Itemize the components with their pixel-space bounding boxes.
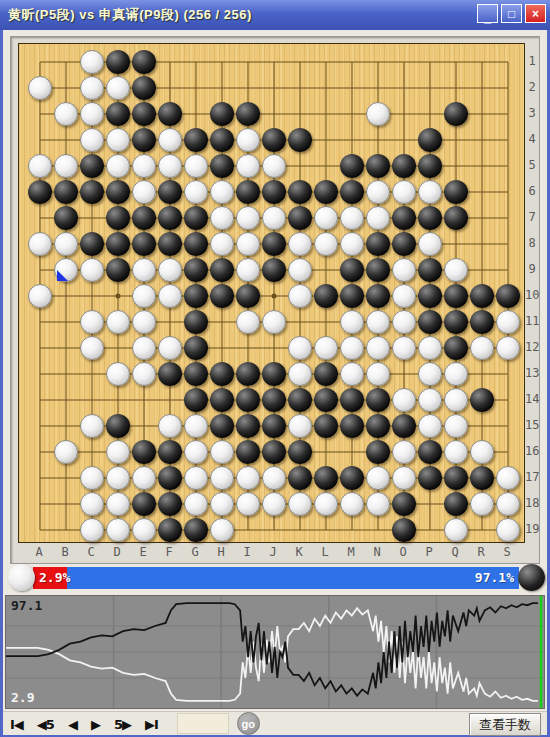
stone-C2 bbox=[80, 76, 104, 100]
stone-B8 bbox=[54, 232, 78, 256]
stone-J13 bbox=[262, 362, 286, 386]
nav-buttons: Ⅰ◀◀5◀▶5▶▶Ⅰ bbox=[3, 715, 165, 733]
stone-M5 bbox=[340, 154, 364, 178]
stone-N18 bbox=[366, 492, 390, 516]
col-label-K: K bbox=[291, 545, 307, 559]
close-button[interactable]: × bbox=[525, 4, 546, 23]
stone-I5 bbox=[236, 154, 260, 178]
stone-H6 bbox=[210, 180, 234, 204]
stone-N9 bbox=[366, 258, 390, 282]
stone-F19 bbox=[158, 518, 182, 542]
stone-C19 bbox=[80, 518, 104, 542]
stone-O17 bbox=[392, 466, 416, 490]
stone-N6 bbox=[366, 180, 390, 204]
col-label-O: O bbox=[395, 545, 411, 559]
row-label-10: 10 bbox=[525, 288, 539, 302]
stone-D6 bbox=[106, 180, 130, 204]
row-label-6: 6 bbox=[525, 184, 539, 198]
stone-H14 bbox=[210, 388, 234, 412]
stone-O8 bbox=[392, 232, 416, 256]
stone-C18 bbox=[80, 492, 104, 516]
stone-P15 bbox=[418, 414, 442, 438]
stone-E5 bbox=[132, 154, 156, 178]
stone-O16 bbox=[392, 440, 416, 464]
row-label-4: 4 bbox=[525, 132, 539, 146]
stone-K12 bbox=[288, 336, 312, 360]
stone-K13 bbox=[288, 362, 312, 386]
stone-G19 bbox=[184, 518, 208, 542]
nav-button-3[interactable]: ▶ bbox=[91, 717, 100, 732]
stone-S19 bbox=[496, 518, 520, 542]
row-label-1: 1 bbox=[525, 54, 539, 68]
stone-J17 bbox=[262, 466, 286, 490]
stone-N8 bbox=[366, 232, 390, 256]
stone-P14 bbox=[418, 388, 442, 412]
stone-E1 bbox=[132, 50, 156, 74]
stone-J8 bbox=[262, 232, 286, 256]
stone-J9 bbox=[262, 258, 286, 282]
graph-max-label: 97.1 bbox=[11, 598, 42, 613]
stone-P9 bbox=[418, 258, 442, 282]
stone-H9 bbox=[210, 258, 234, 282]
stone-G9 bbox=[184, 258, 208, 282]
stone-B16 bbox=[54, 440, 78, 464]
stone-A8 bbox=[28, 232, 52, 256]
stone-J18 bbox=[262, 492, 286, 516]
stone-N10 bbox=[366, 284, 390, 308]
view-moves-button[interactable]: 查看手数 bbox=[469, 713, 541, 736]
col-label-J: J bbox=[265, 545, 281, 559]
stone-O5 bbox=[392, 154, 416, 178]
stone-O15 bbox=[392, 414, 416, 438]
stone-N16 bbox=[366, 440, 390, 464]
col-label-G: G bbox=[187, 545, 203, 559]
stone-M8 bbox=[340, 232, 364, 256]
move-number-input[interactable] bbox=[177, 713, 229, 734]
stone-Q7 bbox=[444, 206, 468, 230]
row-label-17: 17 bbox=[525, 470, 539, 484]
stone-P12 bbox=[418, 336, 442, 360]
stone-C5 bbox=[80, 154, 104, 178]
stone-C15 bbox=[80, 414, 104, 438]
stone-Q11 bbox=[444, 310, 468, 334]
col-label-N: N bbox=[369, 545, 385, 559]
stone-C8 bbox=[80, 232, 104, 256]
stone-M7 bbox=[340, 206, 364, 230]
col-label-R: R bbox=[473, 545, 489, 559]
stone-Q6 bbox=[444, 180, 468, 204]
col-label-B: B bbox=[57, 545, 73, 559]
stone-S18 bbox=[496, 492, 520, 516]
stone-A5 bbox=[28, 154, 52, 178]
stone-O10 bbox=[392, 284, 416, 308]
stone-Q10 bbox=[444, 284, 468, 308]
stone-Q14 bbox=[444, 388, 468, 412]
col-label-D: D bbox=[109, 545, 125, 559]
white-winrate-value: 2.9% bbox=[39, 570, 70, 585]
stone-M17 bbox=[340, 466, 364, 490]
stone-K16 bbox=[288, 440, 312, 464]
stone-C9 bbox=[80, 258, 104, 282]
col-label-A: A bbox=[31, 545, 47, 559]
stone-F3 bbox=[158, 102, 182, 126]
last-move-marker bbox=[57, 270, 68, 281]
nav-button-2[interactable]: ◀ bbox=[68, 717, 77, 732]
stone-H15 bbox=[210, 414, 234, 438]
stone-L7 bbox=[314, 206, 338, 230]
stone-G5 bbox=[184, 154, 208, 178]
stone-E2 bbox=[132, 76, 156, 100]
stone-G16 bbox=[184, 440, 208, 464]
stone-E11 bbox=[132, 310, 156, 334]
stone-P17 bbox=[418, 466, 442, 490]
stone-M12 bbox=[340, 336, 364, 360]
go-board-panel: ABCDEFGHIJKLMNOPQRS123456789101112131415… bbox=[10, 36, 540, 564]
row-label-2: 2 bbox=[525, 80, 539, 94]
stone-R17 bbox=[470, 466, 494, 490]
stone-P5 bbox=[418, 154, 442, 178]
stone-B5 bbox=[54, 154, 78, 178]
stone-J4 bbox=[262, 128, 286, 152]
stone-M6 bbox=[340, 180, 364, 204]
stone-D19 bbox=[106, 518, 130, 542]
stone-F13 bbox=[158, 362, 182, 386]
stone-P13 bbox=[418, 362, 442, 386]
stone-N15 bbox=[366, 414, 390, 438]
col-label-P: P bbox=[421, 545, 437, 559]
stone-G8 bbox=[184, 232, 208, 256]
stone-H13 bbox=[210, 362, 234, 386]
stone-O7 bbox=[392, 206, 416, 230]
stone-D5 bbox=[106, 154, 130, 178]
stone-Q3 bbox=[444, 102, 468, 126]
stone-K17 bbox=[288, 466, 312, 490]
app-window: 黄昕(P5段) vs 申真谞(P9段) (256 / 256) _ □ × AB… bbox=[0, 0, 550, 737]
stone-J16 bbox=[262, 440, 286, 464]
stone-G4 bbox=[184, 128, 208, 152]
stone-L18 bbox=[314, 492, 338, 516]
stone-A10 bbox=[28, 284, 52, 308]
stone-G6 bbox=[184, 180, 208, 204]
stone-K7 bbox=[288, 206, 312, 230]
nav-button-5[interactable]: ▶Ⅰ bbox=[145, 717, 158, 732]
stone-G13 bbox=[184, 362, 208, 386]
stone-B7 bbox=[54, 206, 78, 230]
stone-D8 bbox=[106, 232, 130, 256]
stone-P4 bbox=[418, 128, 442, 152]
stone-L6 bbox=[314, 180, 338, 204]
stone-E10 bbox=[132, 284, 156, 308]
stone-S17 bbox=[496, 466, 520, 490]
stone-O11 bbox=[392, 310, 416, 334]
stone-C12 bbox=[80, 336, 104, 360]
stone-D2 bbox=[106, 76, 130, 100]
stone-F9 bbox=[158, 258, 182, 282]
stone-I8 bbox=[236, 232, 260, 256]
stone-E4 bbox=[132, 128, 156, 152]
stone-J15 bbox=[262, 414, 286, 438]
stone-A6 bbox=[28, 180, 52, 204]
stone-C17 bbox=[80, 466, 104, 490]
nav-button-1[interactable]: ◀5 bbox=[37, 717, 54, 732]
stone-E12 bbox=[132, 336, 156, 360]
stone-R16 bbox=[470, 440, 494, 464]
stone-H16 bbox=[210, 440, 234, 464]
stone-L17 bbox=[314, 466, 338, 490]
stone-P11 bbox=[418, 310, 442, 334]
stone-M11 bbox=[340, 310, 364, 334]
stone-F7 bbox=[158, 206, 182, 230]
stone-S11 bbox=[496, 310, 520, 334]
row-label-18: 18 bbox=[525, 496, 539, 510]
title-bar[interactable]: 黄昕(P5段) vs 申真谞(P9段) (256 / 256) _ □ × bbox=[0, 0, 550, 30]
stone-E7 bbox=[132, 206, 156, 230]
stone-I18 bbox=[236, 492, 260, 516]
stone-K6 bbox=[288, 180, 312, 204]
stone-K15 bbox=[288, 414, 312, 438]
go-board[interactable] bbox=[18, 43, 525, 543]
stone-M9 bbox=[340, 258, 364, 282]
row-label-13: 13 bbox=[525, 366, 539, 380]
stone-E3 bbox=[132, 102, 156, 126]
stone-E16 bbox=[132, 440, 156, 464]
stone-B9 bbox=[54, 258, 78, 282]
stone-F18 bbox=[158, 492, 182, 516]
stone-Q17 bbox=[444, 466, 468, 490]
stone-P10 bbox=[418, 284, 442, 308]
row-label-5: 5 bbox=[525, 158, 539, 172]
stone-F5 bbox=[158, 154, 182, 178]
stone-I14 bbox=[236, 388, 260, 412]
stone-I4 bbox=[236, 128, 260, 152]
stone-K18 bbox=[288, 492, 312, 516]
stone-R11 bbox=[470, 310, 494, 334]
winrate-graph[interactable]: 97.1 2.9 bbox=[5, 595, 545, 709]
stone-R18 bbox=[470, 492, 494, 516]
stone-N12 bbox=[366, 336, 390, 360]
stone-I13 bbox=[236, 362, 260, 386]
stone-J14 bbox=[262, 388, 286, 412]
stone-L12 bbox=[314, 336, 338, 360]
stone-I16 bbox=[236, 440, 260, 464]
stone-E19 bbox=[132, 518, 156, 542]
stone-H10 bbox=[210, 284, 234, 308]
stone-D13 bbox=[106, 362, 130, 386]
stone-S12 bbox=[496, 336, 520, 360]
black-winrate-value: 97.1% bbox=[444, 570, 514, 585]
stone-C6 bbox=[80, 180, 104, 204]
stone-L8 bbox=[314, 232, 338, 256]
stone-P16 bbox=[418, 440, 442, 464]
stone-K4 bbox=[288, 128, 312, 152]
stone-I7 bbox=[236, 206, 260, 230]
stone-D4 bbox=[106, 128, 130, 152]
stone-N7 bbox=[366, 206, 390, 230]
stone-O12 bbox=[392, 336, 416, 360]
stone-C4 bbox=[80, 128, 104, 152]
stone-D3 bbox=[106, 102, 130, 126]
stone-C3 bbox=[80, 102, 104, 126]
stone-I15 bbox=[236, 414, 260, 438]
stone-K9 bbox=[288, 258, 312, 282]
stone-E13 bbox=[132, 362, 156, 386]
stone-H4 bbox=[210, 128, 234, 152]
col-label-Q: Q bbox=[447, 545, 463, 559]
stone-H7 bbox=[210, 206, 234, 230]
stone-G12 bbox=[184, 336, 208, 360]
stone-L15 bbox=[314, 414, 338, 438]
stone-E8 bbox=[132, 232, 156, 256]
stone-Q13 bbox=[444, 362, 468, 386]
stone-D17 bbox=[106, 466, 130, 490]
stone-G15 bbox=[184, 414, 208, 438]
stone-E18 bbox=[132, 492, 156, 516]
stone-F16 bbox=[158, 440, 182, 464]
stone-O18 bbox=[392, 492, 416, 516]
col-label-I: I bbox=[239, 545, 255, 559]
stone-E9 bbox=[132, 258, 156, 282]
stone-D11 bbox=[106, 310, 130, 334]
stone-N5 bbox=[366, 154, 390, 178]
stone-J6 bbox=[262, 180, 286, 204]
stone-R12 bbox=[470, 336, 494, 360]
window-title: 黄昕(P5段) vs 申真谞(P9段) (256 / 256) bbox=[0, 6, 252, 24]
winrate-bar: 2.9% 97.1% bbox=[6, 563, 544, 593]
stone-H19 bbox=[210, 518, 234, 542]
stone-G10 bbox=[184, 284, 208, 308]
stone-E17 bbox=[132, 466, 156, 490]
stone-F15 bbox=[158, 414, 182, 438]
stone-N14 bbox=[366, 388, 390, 412]
stone-G11 bbox=[184, 310, 208, 334]
stone-G18 bbox=[184, 492, 208, 516]
stone-I6 bbox=[236, 180, 260, 204]
stone-S10 bbox=[496, 284, 520, 308]
nav-button-4[interactable]: 5▶ bbox=[114, 717, 131, 732]
stone-D1 bbox=[106, 50, 130, 74]
row-label-14: 14 bbox=[525, 392, 539, 406]
stone-Q9 bbox=[444, 258, 468, 282]
stone-I11 bbox=[236, 310, 260, 334]
stone-O14 bbox=[392, 388, 416, 412]
row-label-9: 9 bbox=[525, 262, 539, 276]
stone-Q18 bbox=[444, 492, 468, 516]
nav-button-0[interactable]: Ⅰ◀ bbox=[10, 717, 23, 732]
stone-M14 bbox=[340, 388, 364, 412]
stone-Q12 bbox=[444, 336, 468, 360]
stone-C1 bbox=[80, 50, 104, 74]
stone-C11 bbox=[80, 310, 104, 334]
row-label-11: 11 bbox=[525, 314, 539, 328]
row-label-19: 19 bbox=[525, 522, 539, 536]
stone-O19 bbox=[392, 518, 416, 542]
stone-N3 bbox=[366, 102, 390, 126]
stone-E6 bbox=[132, 180, 156, 204]
stone-F8 bbox=[158, 232, 182, 256]
stone-H3 bbox=[210, 102, 234, 126]
stone-H5 bbox=[210, 154, 234, 178]
stone-D15 bbox=[106, 414, 130, 438]
col-label-L: L bbox=[317, 545, 333, 559]
row-label-7: 7 bbox=[525, 210, 539, 224]
white-stone-icon bbox=[8, 564, 35, 591]
col-label-C: C bbox=[83, 545, 99, 559]
stone-D9 bbox=[106, 258, 130, 282]
black-stone-icon bbox=[518, 564, 545, 591]
col-label-H: H bbox=[213, 545, 229, 559]
graph-min-label: 2.9 bbox=[11, 690, 34, 705]
stone-R10 bbox=[470, 284, 494, 308]
stone-B3 bbox=[54, 102, 78, 126]
stone-H17 bbox=[210, 466, 234, 490]
stone-J5 bbox=[262, 154, 286, 178]
col-label-F: F bbox=[161, 545, 177, 559]
stone-I10 bbox=[236, 284, 260, 308]
stone-K8 bbox=[288, 232, 312, 256]
stone-B6 bbox=[54, 180, 78, 204]
stone-L14 bbox=[314, 388, 338, 412]
stone-L10 bbox=[314, 284, 338, 308]
stone-H8 bbox=[210, 232, 234, 256]
stone-P7 bbox=[418, 206, 442, 230]
stone-G14 bbox=[184, 388, 208, 412]
stone-G17 bbox=[184, 466, 208, 490]
stone-P6 bbox=[418, 180, 442, 204]
stone-J11 bbox=[262, 310, 286, 334]
stone-A2 bbox=[28, 76, 52, 100]
stone-D7 bbox=[106, 206, 130, 230]
stone-N17 bbox=[366, 466, 390, 490]
stone-O9 bbox=[392, 258, 416, 282]
minimize-button[interactable]: _ bbox=[477, 4, 498, 23]
stone-N13 bbox=[366, 362, 390, 386]
stone-M18 bbox=[340, 492, 364, 516]
stone-F10 bbox=[158, 284, 182, 308]
stone-I17 bbox=[236, 466, 260, 490]
stone-I9 bbox=[236, 258, 260, 282]
row-label-8: 8 bbox=[525, 236, 539, 250]
go-button[interactable]: go bbox=[237, 712, 260, 735]
row-label-16: 16 bbox=[525, 444, 539, 458]
maximize-button[interactable]: □ bbox=[501, 4, 522, 23]
col-label-E: E bbox=[135, 545, 151, 559]
stone-M13 bbox=[340, 362, 364, 386]
col-label-M: M bbox=[343, 545, 359, 559]
stone-L13 bbox=[314, 362, 338, 386]
stone-K14 bbox=[288, 388, 312, 412]
row-label-3: 3 bbox=[525, 106, 539, 120]
stone-I3 bbox=[236, 102, 260, 126]
stone-F17 bbox=[158, 466, 182, 490]
stone-Q19 bbox=[444, 518, 468, 542]
stone-M10 bbox=[340, 284, 364, 308]
stone-Q16 bbox=[444, 440, 468, 464]
playback-controls: Ⅰ◀◀5◀▶5▶▶Ⅰ go 查看手数 bbox=[3, 711, 547, 735]
stone-R14 bbox=[470, 388, 494, 412]
stone-O6 bbox=[392, 180, 416, 204]
stone-N11 bbox=[366, 310, 390, 334]
stone-H18 bbox=[210, 492, 234, 516]
stone-M15 bbox=[340, 414, 364, 438]
stone-P8 bbox=[418, 232, 442, 256]
stone-F4 bbox=[158, 128, 182, 152]
stone-F6 bbox=[158, 180, 182, 204]
stone-D16 bbox=[106, 440, 130, 464]
stone-F12 bbox=[158, 336, 182, 360]
stone-J7 bbox=[262, 206, 286, 230]
col-label-S: S bbox=[499, 545, 515, 559]
window-content: ABCDEFGHIJKLMNOPQRS123456789101112131415… bbox=[3, 30, 547, 734]
